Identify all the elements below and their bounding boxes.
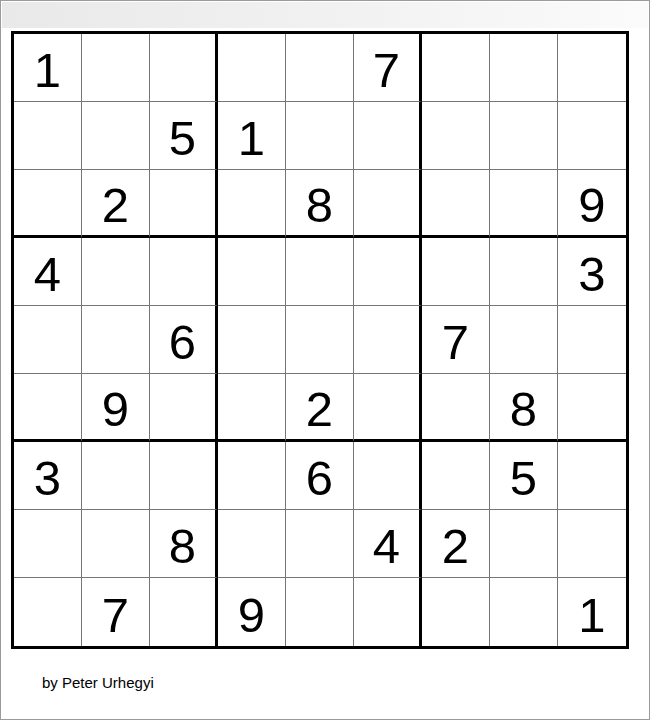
cell-r3c2[interactable]: 2 [82,170,150,238]
cell-r2c6[interactable] [354,102,422,170]
credit-text: by Peter Urhegyi [42,674,154,691]
cell-r8c5[interactable] [286,510,354,578]
cell-r7c1[interactable]: 3 [14,442,82,510]
cell-r8c6[interactable]: 4 [354,510,422,578]
cell-r1c6[interactable]: 7 [354,34,422,102]
cell-r6c4[interactable] [218,374,286,442]
cell-r8c3[interactable]: 8 [150,510,218,578]
cell-r3c3[interactable] [150,170,218,238]
cell-r1c1[interactable]: 1 [14,34,82,102]
cell-r4c3[interactable] [150,238,218,306]
cell-r5c2[interactable] [82,306,150,374]
cell-r2c7[interactable] [422,102,490,170]
cell-r9c9[interactable]: 1 [558,578,626,646]
cell-r4c5[interactable] [286,238,354,306]
cell-r5c9[interactable] [558,306,626,374]
cell-r7c5[interactable]: 6 [286,442,354,510]
cell-r8c1[interactable] [14,510,82,578]
cell-r9c5[interactable] [286,578,354,646]
cell-r9c4[interactable]: 9 [218,578,286,646]
cell-r6c9[interactable] [558,374,626,442]
cell-r7c9[interactable] [558,442,626,510]
cell-r6c2[interactable]: 9 [82,374,150,442]
cell-r6c6[interactable] [354,374,422,442]
cell-r7c4[interactable] [218,442,286,510]
cell-r6c8[interactable]: 8 [490,374,558,442]
cell-r9c3[interactable] [150,578,218,646]
sudoku-board: 17512894367928365842791 [11,31,629,649]
cell-r6c1[interactable] [14,374,82,442]
cell-r3c9[interactable]: 9 [558,170,626,238]
cell-r2c4[interactable]: 1 [218,102,286,170]
cell-r3c6[interactable] [354,170,422,238]
cell-r3c5[interactable]: 8 [286,170,354,238]
cell-r1c3[interactable] [150,34,218,102]
cell-r5c6[interactable] [354,306,422,374]
cell-r2c1[interactable] [14,102,82,170]
cell-r5c3[interactable]: 6 [150,306,218,374]
cell-r8c4[interactable] [218,510,286,578]
cell-r2c8[interactable] [490,102,558,170]
cell-r1c5[interactable] [286,34,354,102]
cell-r4c4[interactable] [218,238,286,306]
cell-r8c7[interactable]: 2 [422,510,490,578]
cell-r3c1[interactable] [14,170,82,238]
cell-r3c8[interactable] [490,170,558,238]
cell-r3c7[interactable] [422,170,490,238]
cell-r7c3[interactable] [150,442,218,510]
cell-r1c9[interactable] [558,34,626,102]
page: 17512894367928365842791 by Peter Urhegyi [0,0,650,720]
cell-r8c9[interactable] [558,510,626,578]
cell-r4c7[interactable] [422,238,490,306]
cell-r3c4[interactable] [218,170,286,238]
cell-r5c7[interactable]: 7 [422,306,490,374]
cell-r4c9[interactable]: 3 [558,238,626,306]
cell-r5c4[interactable] [218,306,286,374]
cell-r8c8[interactable] [490,510,558,578]
cell-r2c9[interactable] [558,102,626,170]
cell-r1c8[interactable] [490,34,558,102]
cell-r2c2[interactable] [82,102,150,170]
cell-r6c5[interactable]: 2 [286,374,354,442]
cell-r6c3[interactable] [150,374,218,442]
cell-r7c7[interactable] [422,442,490,510]
cell-r5c1[interactable] [14,306,82,374]
cell-r7c8[interactable]: 5 [490,442,558,510]
cell-r8c2[interactable] [82,510,150,578]
cell-r4c1[interactable]: 4 [14,238,82,306]
header-band [2,2,648,28]
cell-r4c6[interactable] [354,238,422,306]
cell-r2c5[interactable] [286,102,354,170]
cell-r9c8[interactable] [490,578,558,646]
cell-r7c2[interactable] [82,442,150,510]
cell-r5c5[interactable] [286,306,354,374]
cell-r1c7[interactable] [422,34,490,102]
cell-r9c6[interactable] [354,578,422,646]
cell-r9c7[interactable] [422,578,490,646]
cell-r4c8[interactable] [490,238,558,306]
cell-r6c7[interactable] [422,374,490,442]
cell-r5c8[interactable] [490,306,558,374]
cell-r9c1[interactable] [14,578,82,646]
cell-r7c6[interactable] [354,442,422,510]
cell-r9c2[interactable]: 7 [82,578,150,646]
cell-r1c4[interactable] [218,34,286,102]
cell-r2c3[interactable]: 5 [150,102,218,170]
cell-r4c2[interactable] [82,238,150,306]
cell-r1c2[interactable] [82,34,150,102]
